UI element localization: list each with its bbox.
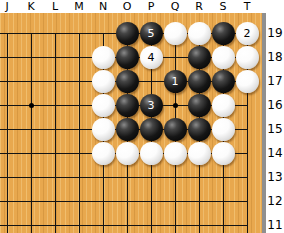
column-label-T: T bbox=[244, 0, 251, 13]
white-stone-T18[interactable] bbox=[236, 46, 259, 69]
white-stone-R14[interactable] bbox=[188, 142, 211, 165]
black-stone-Q17[interactable]: 1 bbox=[164, 70, 187, 93]
white-stone-N15[interactable] bbox=[92, 118, 115, 141]
move-number-2: 2 bbox=[244, 28, 251, 39]
black-stone-S17[interactable] bbox=[212, 70, 235, 93]
black-stone-P19[interactable]: 5 bbox=[140, 22, 163, 45]
black-stone-O18[interactable] bbox=[116, 46, 139, 69]
black-stone-R15[interactable] bbox=[188, 118, 211, 141]
row-label-13: 13 bbox=[266, 170, 284, 184]
white-stone-S14[interactable] bbox=[212, 142, 235, 165]
white-stone-R19[interactable] bbox=[188, 22, 211, 45]
black-stone-P15[interactable] bbox=[140, 118, 163, 141]
white-stone-Q14[interactable] bbox=[164, 142, 187, 165]
row-label-19: 19 bbox=[266, 26, 284, 40]
column-label-J: J bbox=[5, 0, 8, 13]
column-label-R: R bbox=[195, 0, 203, 13]
black-stone-Q15[interactable] bbox=[164, 118, 187, 141]
column-label-L: L bbox=[52, 0, 58, 13]
white-stone-S15[interactable] bbox=[212, 118, 235, 141]
row-label-12: 12 bbox=[266, 194, 284, 208]
white-stone-O14[interactable] bbox=[116, 142, 139, 165]
black-stone-O17[interactable] bbox=[116, 70, 139, 93]
black-stone-R16[interactable] bbox=[188, 94, 211, 117]
column-label-S: S bbox=[220, 0, 227, 13]
row-label-15: 15 bbox=[266, 122, 284, 136]
row-label-18: 18 bbox=[266, 50, 284, 64]
column-label-O: O bbox=[123, 0, 132, 13]
white-stone-Q19[interactable] bbox=[164, 22, 187, 45]
white-stone-S16[interactable] bbox=[212, 94, 235, 117]
white-stone-N17[interactable] bbox=[92, 70, 115, 93]
go-diagram: JKLMNOPQRST 52413 191817161514131211 bbox=[0, 0, 284, 233]
go-board[interactable]: 52413 bbox=[0, 13, 262, 233]
column-label-N: N bbox=[99, 0, 107, 13]
row-label-17: 17 bbox=[266, 74, 284, 88]
white-stone-P14[interactable] bbox=[140, 142, 163, 165]
column-label-M: M bbox=[74, 0, 84, 13]
move-number-4: 4 bbox=[148, 52, 155, 63]
star-point-K16 bbox=[29, 103, 34, 108]
move-number-1: 1 bbox=[172, 76, 179, 87]
white-stone-T19[interactable]: 2 bbox=[236, 22, 259, 45]
white-stone-N14[interactable] bbox=[92, 142, 115, 165]
row-label-14: 14 bbox=[266, 146, 284, 160]
black-stone-S19[interactable] bbox=[212, 22, 235, 45]
black-stone-O15[interactable] bbox=[116, 118, 139, 141]
black-stone-O16[interactable] bbox=[116, 94, 139, 117]
row-label-16: 16 bbox=[266, 98, 284, 112]
white-stone-S18[interactable] bbox=[212, 46, 235, 69]
star-point-Q16 bbox=[173, 103, 178, 108]
white-stone-T17[interactable] bbox=[236, 70, 259, 93]
black-stone-O19[interactable] bbox=[116, 22, 139, 45]
black-stone-R18[interactable] bbox=[188, 46, 211, 69]
white-stone-N18[interactable] bbox=[92, 46, 115, 69]
column-label-P: P bbox=[148, 0, 155, 13]
row-label-11: 11 bbox=[266, 218, 284, 232]
column-label-Q: Q bbox=[171, 0, 180, 13]
column-label-K: K bbox=[27, 0, 34, 13]
white-stone-N16[interactable] bbox=[92, 94, 115, 117]
move-number-3: 3 bbox=[148, 100, 155, 111]
stones-layer: 52413 bbox=[0, 21, 259, 233]
black-stone-R17[interactable] bbox=[188, 70, 211, 93]
black-stone-P16[interactable]: 3 bbox=[140, 94, 163, 117]
white-stone-P18[interactable]: 4 bbox=[140, 46, 163, 69]
move-number-5: 5 bbox=[148, 28, 155, 39]
